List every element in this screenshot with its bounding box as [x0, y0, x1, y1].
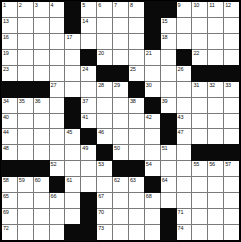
- black-cell-r7c5: [65, 98, 80, 113]
- white-cell-r3c15[interactable]: [224, 34, 239, 49]
- white-cell-r13c9[interactable]: [129, 193, 144, 208]
- white-cell-r14c3[interactable]: [34, 209, 49, 224]
- white-cell-r6c6[interactable]: [81, 82, 96, 97]
- white-cell-r7c14[interactable]: [208, 98, 223, 113]
- clue-number-65: 65: [3, 193, 9, 199]
- clue-number-20: 20: [98, 50, 104, 56]
- clue-number-50: 50: [114, 145, 120, 151]
- white-cell-r2c3[interactable]: [34, 18, 49, 33]
- white-cell-r12c8[interactable]: 62: [113, 177, 128, 192]
- clue-number-6: 6: [98, 2, 101, 8]
- clue-number-31: 31: [193, 82, 199, 88]
- clue-number-51: 51: [162, 145, 168, 151]
- white-cell-r7c11[interactable]: 39: [161, 98, 176, 113]
- white-cell-r4c5[interactable]: [65, 50, 80, 65]
- white-cell-r13c1[interactable]: 65: [2, 193, 17, 208]
- white-cell-r6c12[interactable]: [177, 82, 192, 97]
- white-cell-r3c9[interactable]: [129, 34, 144, 49]
- black-cell-r6c3: [34, 82, 49, 97]
- clue-number-5: 5: [82, 2, 85, 8]
- clue-number-56: 56: [209, 161, 215, 167]
- white-cell-r3c4[interactable]: [50, 34, 65, 49]
- white-cell-r13c12[interactable]: [177, 193, 192, 208]
- clue-number-3: 3: [35, 2, 38, 8]
- clue-number-61: 61: [66, 177, 72, 183]
- white-cell-r12c1[interactable]: 58: [2, 177, 17, 192]
- black-cell-r10c14: [208, 145, 223, 160]
- white-cell-r4c7[interactable]: 20: [97, 50, 112, 65]
- clue-number-19: 19: [3, 50, 9, 56]
- white-cell-r13c8[interactable]: [113, 193, 128, 208]
- white-cell-r4c4[interactable]: [50, 50, 65, 65]
- clue-number-63: 63: [130, 177, 136, 183]
- white-cell-r9c14[interactable]: [208, 129, 223, 144]
- clue-number-39: 39: [162, 98, 168, 104]
- white-cell-r9c3[interactable]: [34, 129, 49, 144]
- white-cell-r10c3[interactable]: [34, 145, 49, 160]
- clue-number-11: 11: [209, 2, 214, 8]
- clue-number-73: 73: [98, 225, 104, 231]
- white-cell-r4c13[interactable]: 22: [192, 50, 207, 65]
- black-cell-r11c1: [2, 161, 17, 176]
- white-cell-r12c11[interactable]: 64: [161, 177, 176, 192]
- white-cell-r15c7[interactable]: 73: [97, 225, 112, 240]
- white-cell-r9c4[interactable]: [50, 129, 65, 144]
- white-cell-r11c11[interactable]: [161, 161, 176, 176]
- clue-number-8: 8: [130, 2, 133, 8]
- black-cell-r11c2: [18, 161, 33, 176]
- clue-number-32: 32: [209, 82, 215, 88]
- white-cell-r10c8[interactable]: 50: [113, 145, 128, 160]
- white-cell-r7c4[interactable]: [50, 98, 65, 113]
- clue-number-48: 48: [3, 145, 9, 151]
- clue-number-74: 74: [178, 225, 184, 231]
- white-cell-r10c2[interactable]: [18, 145, 33, 160]
- white-cell-r15c8[interactable]: [113, 225, 128, 240]
- white-cell-r4c11[interactable]: [161, 50, 176, 65]
- black-cell-r12c4: [50, 177, 65, 192]
- white-cell-r11c15[interactable]: 57: [224, 161, 239, 176]
- white-cell-r7c7[interactable]: [97, 98, 112, 113]
- black-cell-r5c13: [192, 66, 207, 81]
- black-cell-r2c10: [145, 18, 160, 33]
- white-cell-r15c10[interactable]: [145, 225, 160, 240]
- white-cell-r5c10[interactable]: [145, 66, 160, 81]
- black-cell-r12c10: [145, 177, 160, 192]
- white-cell-r11c10[interactable]: 54: [145, 161, 160, 176]
- black-cell-r4c6: [81, 50, 96, 65]
- clue-number-45: 45: [66, 129, 72, 135]
- clue-number-24: 24: [82, 66, 88, 72]
- white-cell-r14c4[interactable]: [50, 209, 65, 224]
- clue-number-21: 21: [146, 50, 152, 56]
- clue-number-4: 4: [51, 2, 54, 8]
- clue-number-7: 7: [114, 2, 117, 8]
- clue-number-58: 58: [3, 177, 9, 183]
- white-cell-r14c9[interactable]: [129, 209, 144, 224]
- white-cell-r15c4[interactable]: [50, 225, 65, 240]
- white-cell-r8c6[interactable]: 41: [81, 114, 96, 129]
- white-cell-r7c13[interactable]: [192, 98, 207, 113]
- clue-number-43: 43: [178, 114, 184, 120]
- white-cell-r1c8[interactable]: 7: [113, 2, 128, 17]
- white-cell-r3c14[interactable]: [208, 34, 223, 49]
- white-cell-r12c12[interactable]: [177, 177, 192, 192]
- clue-number-59: 59: [19, 177, 25, 183]
- white-cell-r7c15[interactable]: [224, 98, 239, 113]
- white-cell-r4c14[interactable]: [208, 50, 223, 65]
- white-cell-r11c7[interactable]: 53: [97, 161, 112, 176]
- black-cell-r15c5: [65, 225, 80, 240]
- white-cell-r2c14[interactable]: [208, 18, 223, 33]
- clue-number-71: 71: [178, 209, 184, 215]
- black-cell-r13c6: [81, 193, 96, 208]
- white-cell-r6c5[interactable]: [65, 82, 80, 97]
- white-cell-r8c10[interactable]: 42: [145, 114, 160, 129]
- black-cell-r6c2: [18, 82, 33, 97]
- white-cell-r8c13[interactable]: [192, 114, 207, 129]
- clue-number-44: 44: [3, 129, 9, 135]
- black-cell-r15c6: [81, 225, 96, 240]
- black-cell-r9c11: [161, 129, 176, 144]
- clue-number-12: 12: [225, 2, 231, 8]
- white-cell-r15c15[interactable]: [224, 225, 239, 240]
- clue-number-53: 53: [98, 161, 104, 167]
- white-cell-r1c6[interactable]: 5: [81, 2, 96, 17]
- black-cell-r5c14: [208, 66, 223, 81]
- clue-number-33: 33: [225, 82, 231, 88]
- white-cell-r5c1[interactable]: 23: [2, 66, 17, 81]
- white-cell-r15c2[interactable]: [18, 225, 33, 240]
- white-cell-r9c15[interactable]: [224, 129, 239, 144]
- white-cell-r10c1[interactable]: 48: [2, 145, 17, 160]
- clue-number-42: 42: [146, 114, 152, 120]
- black-cell-r11c9: [129, 161, 144, 176]
- white-cell-r3c5[interactable]: 17: [65, 34, 80, 49]
- white-cell-r2c12[interactable]: [177, 18, 192, 33]
- white-cell-r3c3[interactable]: [34, 34, 49, 49]
- white-cell-r1c2[interactable]: 2: [18, 2, 33, 17]
- crossword-board: 1234567891011121314151617181920212223242…: [0, 0, 241, 242]
- clue-number-46: 46: [98, 129, 104, 135]
- black-cell-r1c11: [161, 2, 176, 17]
- white-cell-r7c1[interactable]: 34: [2, 98, 17, 113]
- white-cell-r4c8[interactable]: [113, 50, 128, 65]
- white-cell-r14c8[interactable]: [113, 209, 128, 224]
- clue-number-60: 60: [35, 177, 41, 183]
- white-cell-r9c12[interactable]: 47: [177, 129, 192, 144]
- white-cell-r10c5[interactable]: [65, 145, 80, 160]
- black-cell-r15c11: [161, 225, 176, 240]
- white-cell-r12c14[interactable]: [208, 177, 223, 192]
- white-cell-r11c4[interactable]: 52: [50, 161, 65, 176]
- white-cell-r5c5[interactable]: [65, 66, 80, 81]
- white-cell-r11c12[interactable]: [177, 161, 192, 176]
- white-cell-r2c9[interactable]: [129, 18, 144, 33]
- white-cell-r15c13[interactable]: [192, 225, 207, 240]
- black-cell-r14c6: [81, 209, 96, 224]
- white-cell-r5c9[interactable]: 25: [129, 66, 144, 81]
- white-cell-r15c3[interactable]: [34, 225, 49, 240]
- black-cell-r11c3: [34, 161, 49, 176]
- white-cell-r14c2[interactable]: [18, 209, 33, 224]
- clue-number-30: 30: [146, 82, 152, 88]
- white-cell-r11c6[interactable]: [81, 161, 96, 176]
- clue-number-16: 16: [3, 34, 9, 40]
- clue-number-54: 54: [146, 161, 152, 167]
- white-cell-r15c9[interactable]: [129, 225, 144, 240]
- clue-number-68: 68: [146, 193, 152, 199]
- black-cell-r6c1: [2, 82, 17, 97]
- white-cell-r1c1[interactable]: 1: [2, 2, 17, 17]
- clue-number-57: 57: [225, 161, 231, 167]
- clue-number-27: 27: [51, 82, 57, 88]
- white-cell-r14c7[interactable]: 70: [97, 209, 112, 224]
- white-cell-r5c3[interactable]: [34, 66, 49, 81]
- white-cell-r1c14[interactable]: 11: [208, 2, 223, 17]
- white-cell-r4c1[interactable]: 19: [2, 50, 17, 65]
- black-cell-r1c10: [145, 2, 160, 17]
- crossword-grid: 1234567891011121314151617181920212223242…: [2, 2, 239, 240]
- white-cell-r7c3[interactable]: 36: [34, 98, 49, 113]
- white-cell-r2c1[interactable]: 13: [2, 18, 17, 33]
- white-cell-r9c2[interactable]: [18, 129, 33, 144]
- white-cell-r10c10[interactable]: [145, 145, 160, 160]
- black-cell-r4c12: [177, 50, 192, 65]
- clue-number-36: 36: [35, 98, 41, 104]
- white-cell-r10c9[interactable]: [129, 145, 144, 160]
- black-cell-r3c10: [145, 34, 160, 49]
- clue-number-37: 37: [82, 98, 88, 104]
- black-cell-r14c11: [161, 209, 176, 224]
- white-cell-r12c9[interactable]: 63: [129, 177, 144, 192]
- white-cell-r3c1[interactable]: 16: [2, 34, 17, 49]
- white-cell-r9c9[interactable]: [129, 129, 144, 144]
- white-cell-r1c12[interactable]: 9: [177, 2, 192, 17]
- white-cell-r8c8[interactable]: [113, 114, 128, 129]
- clue-number-28: 28: [98, 82, 104, 88]
- clue-number-15: 15: [162, 18, 168, 24]
- clue-number-49: 49: [82, 145, 88, 151]
- white-cell-r5c6[interactable]: 24: [81, 66, 96, 81]
- white-cell-r2c13[interactable]: [192, 18, 207, 33]
- clue-number-70: 70: [98, 209, 104, 215]
- black-cell-r1c5: [65, 2, 80, 17]
- white-cell-r4c15[interactable]: [224, 50, 239, 65]
- black-cell-r10c7: [97, 145, 112, 160]
- white-cell-r9c5[interactable]: 45: [65, 129, 80, 144]
- white-cell-r1c4[interactable]: 4: [50, 2, 65, 17]
- white-cell-r2c15[interactable]: [224, 18, 239, 33]
- white-cell-r3c2[interactable]: [18, 34, 33, 49]
- white-cell-r8c4[interactable]: [50, 114, 65, 129]
- clue-number-25: 25: [130, 66, 136, 72]
- black-cell-r6c9: [129, 82, 144, 97]
- white-cell-r13c14[interactable]: [208, 193, 223, 208]
- white-cell-r8c1[interactable]: 40: [2, 114, 17, 129]
- white-cell-r1c15[interactable]: 12: [224, 2, 239, 17]
- white-cell-r15c14[interactable]: [208, 225, 223, 240]
- white-cell-r13c4[interactable]: 66: [50, 193, 65, 208]
- white-cell-r2c2[interactable]: [18, 18, 33, 33]
- white-cell-r13c3[interactable]: [34, 193, 49, 208]
- white-cell-r4c9[interactable]: [129, 50, 144, 65]
- white-cell-r12c3[interactable]: 60: [34, 177, 49, 192]
- white-cell-r14c1[interactable]: 69: [2, 209, 17, 224]
- clue-number-67: 67: [98, 193, 104, 199]
- white-cell-r6c4[interactable]: 27: [50, 82, 65, 97]
- white-cell-r1c9[interactable]: 8: [129, 2, 144, 17]
- white-cell-r14c10[interactable]: [145, 209, 160, 224]
- black-cell-r5c8: [113, 66, 128, 81]
- black-cell-r5c7: [97, 66, 112, 81]
- clue-number-29: 29: [114, 82, 120, 88]
- white-cell-r6c8[interactable]: 29: [113, 82, 128, 97]
- clue-number-47: 47: [178, 129, 184, 135]
- white-cell-r10c12[interactable]: [177, 145, 192, 160]
- white-cell-r13c2[interactable]: [18, 193, 33, 208]
- black-cell-r10c13: [192, 145, 207, 160]
- white-cell-r8c12[interactable]: 43: [177, 114, 192, 129]
- white-cell-r12c6[interactable]: [81, 177, 96, 192]
- clue-number-22: 22: [193, 50, 199, 56]
- white-cell-r13c11[interactable]: [161, 193, 176, 208]
- white-cell-r1c13[interactable]: 10: [192, 2, 207, 17]
- white-cell-r12c15[interactable]: [224, 177, 239, 192]
- white-cell-r14c12[interactable]: 71: [177, 209, 192, 224]
- white-cell-r5c12[interactable]: 26: [177, 66, 192, 81]
- white-cell-r14c14[interactable]: [208, 209, 223, 224]
- white-cell-r6c14[interactable]: 32: [208, 82, 223, 97]
- white-cell-r8c14[interactable]: [208, 114, 223, 129]
- white-cell-r8c9[interactable]: [129, 114, 144, 129]
- white-cell-r10c6[interactable]: 49: [81, 145, 96, 160]
- white-cell-r8c7[interactable]: [97, 114, 112, 129]
- clue-number-52: 52: [51, 161, 57, 167]
- white-cell-r1c3[interactable]: 3: [34, 2, 49, 17]
- white-cell-r9c13[interactable]: [192, 129, 207, 144]
- clue-number-34: 34: [3, 98, 9, 104]
- white-cell-r10c4[interactable]: [50, 145, 65, 160]
- white-cell-r3c8[interactable]: [113, 34, 128, 49]
- white-cell-r14c5[interactable]: [65, 209, 80, 224]
- white-cell-r5c4[interactable]: [50, 66, 65, 81]
- white-cell-r6c13[interactable]: 31: [192, 82, 207, 97]
- white-cell-r9c7[interactable]: 46: [97, 129, 112, 144]
- white-cell-r13c5[interactable]: [65, 193, 80, 208]
- clue-number-26: 26: [178, 66, 184, 72]
- white-cell-r15c1[interactable]: 72: [2, 225, 17, 240]
- white-cell-r7c9[interactable]: 38: [129, 98, 144, 113]
- clue-number-14: 14: [82, 18, 88, 24]
- white-cell-r11c14[interactable]: 56: [208, 161, 223, 176]
- white-cell-r9c1[interactable]: 44: [2, 129, 17, 144]
- white-cell-r2c8[interactable]: [113, 18, 128, 33]
- white-cell-r6c7[interactable]: 28: [97, 82, 112, 97]
- white-cell-r13c7[interactable]: 67: [97, 193, 112, 208]
- white-cell-r7c12[interactable]: [177, 98, 192, 113]
- white-cell-r3c11[interactable]: 18: [161, 34, 176, 49]
- white-cell-r14c13[interactable]: [192, 209, 207, 224]
- clue-number-55: 55: [193, 161, 199, 167]
- white-cell-r15c12[interactable]: 74: [177, 225, 192, 240]
- clue-number-66: 66: [51, 193, 57, 199]
- white-cell-r6c11[interactable]: [161, 82, 176, 97]
- black-cell-r8c11: [161, 114, 176, 129]
- clue-number-38: 38: [130, 98, 136, 104]
- white-cell-r8c3[interactable]: [34, 114, 49, 129]
- clue-number-9: 9: [178, 2, 181, 8]
- white-cell-r13c10[interactable]: 68: [145, 193, 160, 208]
- white-cell-r9c10[interactable]: [145, 129, 160, 144]
- clue-number-41: 41: [82, 114, 88, 120]
- white-cell-r8c2[interactable]: [18, 114, 33, 129]
- white-cell-r11c13[interactable]: 55: [192, 161, 207, 176]
- clue-number-23: 23: [3, 66, 9, 72]
- white-cell-r11c5[interactable]: [65, 161, 80, 176]
- clue-number-72: 72: [3, 225, 9, 231]
- white-cell-r7c8[interactable]: [113, 98, 128, 113]
- white-cell-r5c11[interactable]: [161, 66, 176, 81]
- white-cell-r4c3[interactable]: [34, 50, 49, 65]
- clue-number-13: 13: [3, 18, 9, 24]
- white-cell-r10c11[interactable]: 51: [161, 145, 176, 160]
- white-cell-r14c15[interactable]: [224, 209, 239, 224]
- clue-number-1: 1: [3, 2, 6, 8]
- clue-number-18: 18: [162, 34, 168, 40]
- clue-number-40: 40: [3, 114, 9, 120]
- black-cell-r7c10: [145, 98, 160, 113]
- black-cell-r2c5: [65, 18, 80, 33]
- white-cell-r1c7[interactable]: 6: [97, 2, 112, 17]
- clue-number-17: 17: [66, 34, 72, 40]
- white-cell-r13c13[interactable]: [192, 193, 207, 208]
- white-cell-r2c11[interactable]: 15: [161, 18, 176, 33]
- white-cell-r3c13[interactable]: [192, 34, 207, 49]
- black-cell-r11c8: [113, 161, 128, 176]
- white-cell-r2c4[interactable]: [50, 18, 65, 33]
- white-cell-r4c2[interactable]: [18, 50, 33, 65]
- white-cell-r12c5[interactable]: 61: [65, 177, 80, 192]
- clue-number-62: 62: [114, 177, 120, 183]
- white-cell-r7c6[interactable]: 37: [81, 98, 96, 113]
- white-cell-r6c15[interactable]: 33: [224, 82, 239, 97]
- white-cell-r4c10[interactable]: 21: [145, 50, 160, 65]
- black-cell-r5c15: [224, 66, 239, 81]
- clue-number-2: 2: [19, 2, 22, 8]
- clue-number-69: 69: [3, 209, 9, 215]
- white-cell-r7c2[interactable]: 35: [18, 98, 33, 113]
- white-cell-r5c2[interactable]: [18, 66, 33, 81]
- black-cell-r8c5: [65, 114, 80, 129]
- white-cell-r3c6[interactable]: [81, 34, 96, 49]
- clue-number-35: 35: [19, 98, 25, 104]
- white-cell-r2c7[interactable]: [97, 18, 112, 33]
- white-cell-r12c13[interactable]: [192, 177, 207, 192]
- white-cell-r13c15[interactable]: [224, 193, 239, 208]
- white-cell-r2c6[interactable]: 14: [81, 18, 96, 33]
- clue-number-10: 10: [193, 2, 199, 8]
- white-cell-r8c15[interactable]: [224, 114, 239, 129]
- white-cell-r6c10[interactable]: 30: [145, 82, 160, 97]
- white-cell-r12c2[interactable]: 59: [18, 177, 33, 192]
- clue-number-64: 64: [162, 177, 168, 183]
- black-cell-r10c15: [224, 145, 239, 160]
- white-cell-r3c7[interactable]: [97, 34, 112, 49]
- white-cell-r9c8[interactable]: [113, 129, 128, 144]
- white-cell-r12c7[interactable]: [97, 177, 112, 192]
- white-cell-r3c12[interactable]: [177, 34, 192, 49]
